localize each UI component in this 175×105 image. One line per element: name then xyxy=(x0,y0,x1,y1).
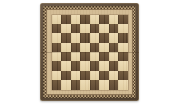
square-b6[interactable] xyxy=(61,33,71,42)
square-h6[interactable] xyxy=(118,33,128,42)
square-b2[interactable] xyxy=(61,71,71,80)
square-h3[interactable] xyxy=(118,61,128,70)
square-f8[interactable] xyxy=(99,15,109,24)
square-d5[interactable] xyxy=(80,43,90,52)
square-c7[interactable] xyxy=(71,24,81,33)
square-f2[interactable] xyxy=(99,71,109,80)
square-c3[interactable] xyxy=(71,61,81,70)
square-e1[interactable] xyxy=(90,80,100,89)
square-d8[interactable] xyxy=(80,15,90,24)
square-a5[interactable] xyxy=(52,43,62,52)
square-g5[interactable] xyxy=(109,43,119,52)
square-c1[interactable] xyxy=(71,80,81,89)
square-e3[interactable] xyxy=(90,61,100,70)
square-g6[interactable] xyxy=(109,33,119,42)
square-e4[interactable] xyxy=(90,52,100,61)
square-a4[interactable] xyxy=(52,52,62,61)
square-g2[interactable] xyxy=(109,71,119,80)
square-b4[interactable] xyxy=(61,52,71,61)
square-a3[interactable] xyxy=(52,61,62,70)
square-c6[interactable] xyxy=(71,33,81,42)
square-b3[interactable] xyxy=(61,61,71,70)
board-outer-frame xyxy=(40,3,139,101)
square-e7[interactable] xyxy=(90,24,100,33)
square-e2[interactable] xyxy=(90,71,100,80)
square-f6[interactable] xyxy=(99,33,109,42)
square-e6[interactable] xyxy=(90,33,100,42)
square-b5[interactable] xyxy=(61,43,71,52)
square-a1[interactable] xyxy=(52,80,62,89)
square-e5[interactable] xyxy=(90,43,100,52)
square-h4[interactable] xyxy=(118,52,128,61)
inner-tan-band xyxy=(46,9,133,95)
square-a2[interactable] xyxy=(52,71,62,80)
square-d1[interactable] xyxy=(80,80,90,89)
square-d3[interactable] xyxy=(80,61,90,70)
square-e8[interactable] xyxy=(90,15,100,24)
square-d2[interactable] xyxy=(80,71,90,80)
square-g1[interactable] xyxy=(109,80,119,89)
square-f3[interactable] xyxy=(99,61,109,70)
square-c4[interactable] xyxy=(71,52,81,61)
square-g3[interactable] xyxy=(109,61,119,70)
mosaic-inlay-border xyxy=(43,6,136,98)
square-c2[interactable] xyxy=(71,71,81,80)
square-d7[interactable] xyxy=(80,24,90,33)
square-a7[interactable] xyxy=(52,24,62,33)
square-h2[interactable] xyxy=(118,71,128,80)
square-a8[interactable] xyxy=(52,15,62,24)
square-h1[interactable] xyxy=(118,80,128,89)
square-f5[interactable] xyxy=(99,43,109,52)
square-h8[interactable] xyxy=(118,15,128,24)
square-b1[interactable] xyxy=(61,80,71,89)
square-g7[interactable] xyxy=(109,24,119,33)
square-a6[interactable] xyxy=(52,33,62,42)
square-d6[interactable] xyxy=(80,33,90,42)
square-h5[interactable] xyxy=(118,43,128,52)
square-h7[interactable] xyxy=(118,24,128,33)
chess-board xyxy=(40,3,139,101)
square-g4[interactable] xyxy=(109,52,119,61)
square-f4[interactable] xyxy=(99,52,109,61)
square-g8[interactable] xyxy=(109,15,119,24)
square-b8[interactable] xyxy=(61,15,71,24)
chess-board-grid xyxy=(52,15,128,90)
square-f7[interactable] xyxy=(99,24,109,33)
square-c5[interactable] xyxy=(71,43,81,52)
square-b7[interactable] xyxy=(61,24,71,33)
square-d4[interactable] xyxy=(80,52,90,61)
square-f1[interactable] xyxy=(99,80,109,89)
square-c8[interactable] xyxy=(71,15,81,24)
